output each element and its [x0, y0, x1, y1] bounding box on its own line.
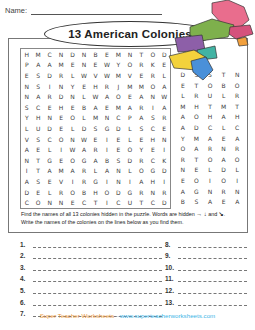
- grid-cell: L: [124, 166, 135, 177]
- grid-cell: R: [136, 102, 147, 113]
- grid-cell: M: [90, 113, 101, 124]
- grid-cell: D: [55, 91, 66, 102]
- grid-cell: B: [78, 102, 89, 113]
- grid-cell: T: [32, 166, 43, 177]
- grid-cell: C: [32, 102, 43, 113]
- instructions: Find the names of all 13 colonies hidden…: [21, 210, 245, 227]
- answer-line: 2.: [20, 248, 162, 260]
- grid-cell: H: [90, 187, 101, 198]
- grid-cell: O: [147, 49, 158, 60]
- grid-cell: L: [217, 90, 231, 101]
- grid-cell: N: [176, 165, 190, 176]
- grid-cell: M: [113, 49, 124, 60]
- grid-cell: E: [67, 102, 78, 113]
- grid-cell: O: [55, 134, 66, 145]
- grid-cell: W: [78, 134, 89, 145]
- grid-cell: A: [101, 166, 112, 177]
- grid-cell: S: [32, 134, 43, 145]
- grid-cell: E: [21, 70, 32, 81]
- grid-cell: O: [190, 112, 204, 123]
- grid-cell: L: [203, 165, 217, 176]
- grid-cell: Y: [21, 113, 32, 124]
- grid-cell: N: [21, 91, 32, 102]
- grid-cell: A: [203, 196, 217, 207]
- grid-cell: O: [147, 81, 158, 92]
- grid-cell: T: [203, 101, 217, 112]
- grid-cell: D: [21, 187, 32, 198]
- grid-cell: R: [159, 187, 170, 198]
- grid-cell: M: [113, 70, 124, 81]
- grid-cell: M: [190, 133, 204, 144]
- grid-cell: H: [203, 112, 217, 123]
- grid-cell: H: [190, 101, 204, 112]
- grid-cell: A: [176, 186, 190, 197]
- grid-cell: O: [217, 175, 231, 186]
- grid-cell: U: [124, 197, 135, 208]
- grid-cell: E: [44, 176, 55, 187]
- grid-cell: A: [124, 102, 135, 113]
- grid-cell: R: [78, 166, 89, 177]
- grid-cell: I: [67, 176, 78, 187]
- grid-cell: R: [55, 187, 66, 198]
- answer-blank[interactable]: [33, 296, 162, 306]
- grid-cell: R: [55, 70, 66, 81]
- answer-line: 4.: [20, 271, 162, 283]
- answer-number: 10.: [165, 264, 178, 271]
- grid-cell: A: [136, 176, 147, 187]
- grid-cell: I: [203, 175, 217, 186]
- grid-cell: D: [113, 187, 124, 198]
- grid-cell: E: [113, 134, 124, 145]
- grid-cell: R: [101, 81, 112, 92]
- grid-cell: I: [159, 144, 170, 155]
- grid-cell: I: [101, 144, 112, 155]
- grid-cell: A: [136, 91, 147, 102]
- thirteen-colonies-map: [162, 0, 255, 82]
- grid-cell: R: [147, 70, 158, 81]
- grid-cell: T: [230, 101, 244, 112]
- grid-cell: N: [124, 49, 135, 60]
- grid-cell: O: [67, 187, 78, 198]
- grid-cell: O: [190, 175, 204, 186]
- grid-cell: N: [55, 81, 66, 92]
- grid-cell: E: [55, 123, 66, 134]
- grid-cell: C: [44, 49, 55, 60]
- answer-number: 13.: [165, 299, 178, 306]
- grid-cell: I: [230, 175, 244, 186]
- grid-cell: M: [124, 81, 135, 92]
- answer-blank[interactable]: [178, 284, 247, 294]
- grid-cell: E: [136, 134, 147, 145]
- grid-cell: J: [113, 81, 124, 92]
- answer-blank[interactable]: [33, 272, 162, 282]
- answer-number: 12.: [165, 287, 178, 294]
- grid-cell: O: [101, 187, 112, 198]
- grid-cell: E: [136, 70, 147, 81]
- answer-lines-right: 8.9.10.11.12.13.: [165, 236, 247, 306]
- grid-cell: W: [78, 70, 89, 81]
- grid-cell: S: [190, 196, 204, 207]
- grid-cell: L: [67, 70, 78, 81]
- grid-cell: D: [217, 165, 231, 176]
- answer-line: 6.: [20, 294, 162, 306]
- answer-number: 4.: [20, 275, 33, 282]
- answer-line: 8.: [165, 236, 247, 248]
- name-label: Name:: [5, 6, 27, 15]
- grid-cell: R: [78, 176, 89, 187]
- grid-cell: E: [32, 144, 43, 155]
- grid-cell: H: [21, 49, 32, 60]
- answer-number: 11.: [165, 275, 178, 282]
- grid-cell: N: [147, 187, 158, 198]
- grid-cell: E: [67, 197, 78, 208]
- grid-cell: I: [21, 166, 32, 177]
- worksheet-page: Name: 13 American Colonies HMCNDNBEMNTOD…: [0, 0, 255, 330]
- grid-cell: H: [90, 81, 101, 92]
- grid-cell: I: [55, 144, 66, 155]
- answer-number: 5.: [20, 287, 33, 294]
- grid-cell: A: [21, 176, 32, 187]
- grid-cell: E: [55, 155, 66, 166]
- answer-line: 13.: [165, 294, 247, 306]
- map-region-4: [237, 37, 248, 46]
- grid-cell: R: [217, 186, 231, 197]
- grid-cell: I: [124, 176, 135, 187]
- answer-line: 5.: [20, 282, 162, 294]
- grid-cell: V: [124, 70, 135, 81]
- grid-cell: O: [67, 155, 78, 166]
- grid-cell: E: [190, 165, 204, 176]
- grid-cell: A: [159, 81, 170, 92]
- grid-cell: E: [147, 144, 158, 155]
- grid-cell: A: [101, 91, 112, 102]
- grid-cell: N: [67, 91, 78, 102]
- answer-line: 9.: [165, 248, 247, 260]
- grid-cell: O: [176, 143, 190, 154]
- grid-cell: G: [101, 123, 112, 134]
- grid-cell: D: [44, 70, 55, 81]
- answer-blank[interactable]: [178, 272, 247, 282]
- grid-cell: A: [217, 154, 231, 165]
- grid-cell: N: [67, 134, 78, 145]
- grid-cell: R: [190, 90, 204, 101]
- grid-cell: E: [159, 123, 170, 134]
- grid-cell: D: [44, 123, 55, 134]
- grid-cell: M: [176, 101, 190, 112]
- grid-cell: N: [44, 197, 55, 208]
- grid-cell: N: [55, 197, 66, 208]
- grid-cell: N: [203, 186, 217, 197]
- grid-cell: I: [147, 102, 158, 113]
- grid-cell: N: [101, 113, 112, 124]
- grid-cell: C: [230, 122, 244, 133]
- grid-cell: G: [190, 186, 204, 197]
- grid-cell: M: [55, 60, 66, 71]
- grid-cell: E: [176, 175, 190, 186]
- grid-cell: A: [78, 144, 89, 155]
- grid-cell: A: [90, 102, 101, 113]
- grid-cell: G: [147, 166, 158, 177]
- answer-blank[interactable]: [178, 249, 247, 259]
- grid-cell: D: [78, 123, 89, 134]
- grid-cell: R: [136, 187, 147, 198]
- grid-cell: A: [217, 112, 231, 123]
- grid-cell: I: [101, 176, 112, 187]
- answer-line: 11.: [165, 271, 247, 283]
- grid-cell: Y: [136, 144, 147, 155]
- grid-cell: N: [78, 60, 89, 71]
- grid-cell: G: [78, 155, 89, 166]
- grid-cell: D: [124, 155, 135, 166]
- grid-cell: C: [78, 197, 89, 208]
- answer-number: 1.: [20, 241, 33, 248]
- grid-cell: D: [159, 166, 170, 177]
- grid-cell: D: [190, 122, 204, 133]
- grid-cell: R: [136, 60, 147, 71]
- grid-cell: O: [230, 154, 244, 165]
- grid-cell: N: [21, 155, 32, 166]
- grid-cell: R: [159, 113, 170, 124]
- answer-line: 3.: [20, 259, 162, 271]
- grid-cell: A: [21, 144, 32, 155]
- answer-line: 1.: [20, 236, 162, 248]
- grid-cell: R: [136, 155, 147, 166]
- grid-cell: S: [113, 155, 124, 166]
- grid-cell: H: [32, 113, 43, 124]
- grid-cell: S: [147, 113, 158, 124]
- grid-cell: W: [159, 91, 170, 102]
- grid-cell: W: [67, 144, 78, 155]
- grid-cell: D: [159, 197, 170, 208]
- grid-cell: A: [32, 91, 43, 102]
- grid-cell: W: [101, 70, 112, 81]
- grid-cell: A: [230, 196, 244, 207]
- grid-cell: A: [67, 166, 78, 177]
- grid-cell: C: [44, 134, 55, 145]
- grid-cell: L: [90, 166, 101, 177]
- right-arrow-icon: →: [196, 211, 202, 217]
- grid-cell: H: [147, 176, 158, 187]
- grid-cell: C: [113, 113, 124, 124]
- grid-cell: O: [32, 197, 43, 208]
- grid-cell: C: [147, 197, 158, 208]
- grid-cell: C: [147, 123, 158, 134]
- footer: Super Teacher Worksheets - www.superteac…: [0, 312, 255, 319]
- grid-cell: A: [190, 143, 204, 154]
- answer-blank[interactable]: [33, 284, 162, 294]
- grid-cell: L: [217, 122, 231, 133]
- grid-cell: R: [230, 90, 244, 101]
- grid-cell: Y: [113, 60, 124, 71]
- grid-cell: S: [90, 123, 101, 134]
- grid-cell: V: [21, 134, 32, 145]
- grid-cell: O: [67, 113, 78, 124]
- grid-cell: L: [67, 123, 78, 134]
- name-blank-line[interactable]: [31, 14, 162, 15]
- grid-cell: A: [159, 102, 170, 113]
- grid-cell: L: [44, 144, 55, 155]
- grid-cell: N: [230, 186, 244, 197]
- grid-cell: B: [101, 155, 112, 166]
- grid-cell: A: [203, 133, 217, 144]
- answer-line: 12.: [165, 282, 247, 294]
- answer-lines-left: 1.2.3.4.5.6.7.: [20, 236, 162, 317]
- grid-cell: W: [90, 91, 101, 102]
- grid-cell: E: [44, 102, 55, 113]
- grid-cell: A: [44, 166, 55, 177]
- grid-cell: N: [147, 91, 158, 102]
- grid-cell: N: [113, 176, 124, 187]
- grid-cell: E: [55, 113, 66, 124]
- grid-cell: E: [217, 133, 231, 144]
- grid-cell: O: [113, 91, 124, 102]
- grid-cell: C: [21, 197, 32, 208]
- grid-cell: H: [147, 134, 158, 145]
- grid-cell: I: [101, 134, 112, 145]
- grid-cell: I: [159, 176, 170, 187]
- answer-number: 3.: [20, 264, 33, 271]
- grid-cell: L: [124, 134, 135, 145]
- grid-cell: D: [67, 49, 78, 60]
- grid-cell: N: [159, 134, 170, 145]
- answer-blank[interactable]: [33, 238, 162, 248]
- grid-cell: T: [190, 154, 204, 165]
- grid-cell: A: [32, 60, 43, 71]
- answer-number: 8.: [165, 241, 178, 248]
- grid-cell: E: [90, 60, 101, 71]
- grid-cell: R: [44, 91, 55, 102]
- grid-cell: H: [55, 102, 66, 113]
- grid-cell: O: [124, 60, 135, 71]
- grid-cell: T: [32, 155, 43, 166]
- grid-cell: T: [90, 197, 101, 208]
- map-region-8: [191, 57, 213, 80]
- grid-cell: S: [21, 102, 32, 113]
- grid-cell: B: [176, 196, 190, 207]
- grid-cell: I: [44, 81, 55, 92]
- grid-cell: E: [101, 49, 112, 60]
- grid-cell: B: [78, 187, 89, 198]
- grid-cell: K: [147, 60, 158, 71]
- grid-cell: C: [147, 155, 158, 166]
- grid-cell: C: [203, 122, 217, 133]
- grid-cell: L: [78, 91, 89, 102]
- instructions-line-1: Find the names of all 13 colonies hidden…: [21, 210, 245, 219]
- grid-cell: B: [90, 49, 101, 60]
- grid-cell: G: [124, 187, 135, 198]
- map-region-3: [229, 25, 253, 39]
- grid-cell: S: [32, 81, 43, 92]
- grid-cell: T: [136, 197, 147, 208]
- grid-cell: P: [21, 60, 32, 71]
- grid-cell: M: [217, 101, 231, 112]
- grid-cell: N: [217, 143, 231, 154]
- grid-cell: L: [21, 123, 32, 134]
- grid-cell: I: [101, 197, 112, 208]
- grid-cell: E: [32, 187, 43, 198]
- answer-blank[interactable]: [178, 296, 247, 306]
- grid-cell: M: [113, 102, 124, 113]
- footer-link[interactable]: www.superteacherworksheets.com: [120, 312, 216, 319]
- grid-cell: M: [55, 166, 66, 177]
- grid-cell: L: [176, 90, 190, 101]
- grid-cell: E: [217, 196, 231, 207]
- grid-cell: V: [90, 70, 101, 81]
- answer-number: 6.: [20, 299, 33, 306]
- grid-cell: A: [176, 122, 190, 133]
- grid-cell: O: [124, 144, 135, 155]
- grid-cell: E: [78, 81, 89, 92]
- grid-cell: N: [44, 113, 55, 124]
- instructions-line-2: Write the names of the colonies on the l…: [21, 219, 245, 227]
- answer-blank[interactable]: [178, 261, 247, 271]
- grid-cell: N: [21, 81, 32, 92]
- grid-cell: D: [113, 123, 124, 134]
- grid-cell: L: [124, 123, 135, 134]
- grid-cell: K: [159, 155, 170, 166]
- grid-cell: N: [113, 166, 124, 177]
- grid-cell: R: [90, 144, 101, 155]
- grid-cell: T: [136, 49, 147, 60]
- grid-cell: U: [32, 123, 43, 134]
- grid-cell: S: [32, 70, 43, 81]
- grid-cell: R: [230, 143, 244, 154]
- grid-cell: R: [176, 154, 190, 165]
- grid-cell: P: [124, 113, 135, 124]
- grid-cell: N: [55, 49, 66, 60]
- grid-cell: O: [203, 154, 217, 165]
- grid-cell: V: [55, 176, 66, 187]
- answer-blank[interactable]: [178, 238, 247, 248]
- answer-number: 2.: [20, 252, 33, 259]
- grid-cell: A: [136, 113, 147, 124]
- grid-cell: O: [136, 166, 147, 177]
- answer-blank[interactable]: [33, 249, 162, 259]
- grid-cell: H: [230, 112, 244, 123]
- grid-cell: A: [230, 133, 244, 144]
- grid-cell: E: [124, 91, 135, 102]
- grid-cell: A: [90, 155, 101, 166]
- grid-cell: S: [136, 123, 147, 134]
- footer-brand: Super Teacher Worksheets: [40, 312, 114, 319]
- grid-cell: R: [203, 143, 217, 154]
- grid-cell: S: [32, 176, 43, 187]
- answer-blank[interactable]: [33, 261, 162, 271]
- grid-cell: N: [78, 49, 89, 60]
- grid-cell: E: [67, 60, 78, 71]
- answer-number: 9.: [165, 252, 178, 259]
- grid-cell: C: [113, 197, 124, 208]
- grid-cell: A: [44, 60, 55, 71]
- grid-cell: L: [230, 165, 244, 176]
- grid-cell: M: [136, 81, 147, 92]
- grid-cell: L: [44, 187, 55, 198]
- grid-cell: G: [90, 176, 101, 187]
- grid-cell: Y: [67, 81, 78, 92]
- grid-cell: E: [113, 144, 124, 155]
- word-search-grid: HMCNDNBEMNTODPAAMENEWYORKEESDRLWVWMVERLN…: [20, 48, 171, 209]
- grid-cell: G: [44, 155, 55, 166]
- grid-cell: A: [176, 112, 190, 123]
- grid-cell: U: [203, 90, 217, 101]
- grid-cell: M: [32, 49, 43, 60]
- grid-cell: W: [101, 60, 112, 71]
- answer-line: 10.: [165, 259, 247, 271]
- grid-cell: L: [78, 113, 89, 124]
- grid-cell: E: [90, 134, 101, 145]
- grid-cell: Y: [176, 133, 190, 144]
- grid-cell: E: [101, 102, 112, 113]
